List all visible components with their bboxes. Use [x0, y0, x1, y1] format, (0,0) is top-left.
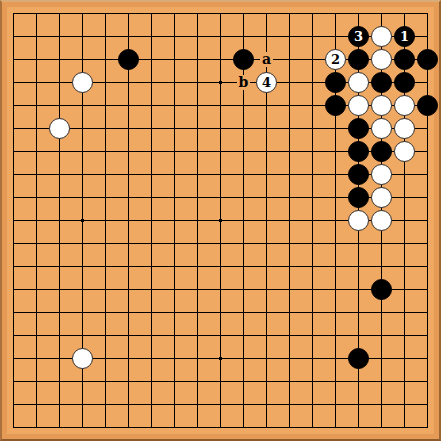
go-diagram: ab3142 — [0, 0, 441, 441]
stone-black — [118, 49, 139, 70]
stone-white — [394, 95, 415, 116]
stone-black — [371, 72, 392, 93]
star-point — [219, 357, 222, 360]
stone-white — [371, 95, 392, 116]
move-number: 2 — [331, 53, 340, 66]
stone-white — [371, 187, 392, 208]
stone-white — [348, 72, 369, 93]
stone-white — [371, 210, 392, 231]
stone-black — [394, 72, 415, 93]
stone-white — [371, 26, 392, 47]
stone-white — [371, 49, 392, 70]
stone-white — [72, 72, 93, 93]
stone-black — [371, 279, 392, 300]
stone-white-move-4: 4 — [256, 72, 277, 93]
stone-white — [371, 164, 392, 185]
stone-black — [371, 141, 392, 162]
stone-black — [325, 95, 346, 116]
stone-white — [394, 118, 415, 139]
go-board-grid: ab3142 — [2, 2, 439, 439]
stone-black — [348, 348, 369, 369]
stone-black — [348, 164, 369, 185]
stone-black — [417, 95, 438, 116]
stone-black — [348, 141, 369, 162]
stone-white — [371, 118, 392, 139]
stone-white — [348, 210, 369, 231]
star-point — [219, 219, 222, 222]
stone-black — [325, 72, 346, 93]
stone-white — [394, 141, 415, 162]
stone-black — [417, 49, 438, 70]
point-label-a: a — [260, 52, 273, 67]
star-point — [219, 81, 222, 84]
stone-black — [348, 49, 369, 70]
stone-black — [348, 118, 369, 139]
stone-black — [348, 187, 369, 208]
stone-black-move-3: 3 — [348, 26, 369, 47]
stone-white — [72, 348, 93, 369]
move-number: 1 — [400, 30, 409, 43]
stone-white-move-2: 2 — [325, 49, 346, 70]
stone-black — [394, 49, 415, 70]
stone-white — [348, 95, 369, 116]
point-label-b: b — [237, 75, 251, 90]
move-number: 3 — [354, 30, 363, 43]
stone-black-move-1: 1 — [394, 26, 415, 47]
move-number: 4 — [262, 76, 271, 89]
stone-white — [49, 118, 70, 139]
stone-black — [233, 49, 254, 70]
star-point — [81, 219, 84, 222]
